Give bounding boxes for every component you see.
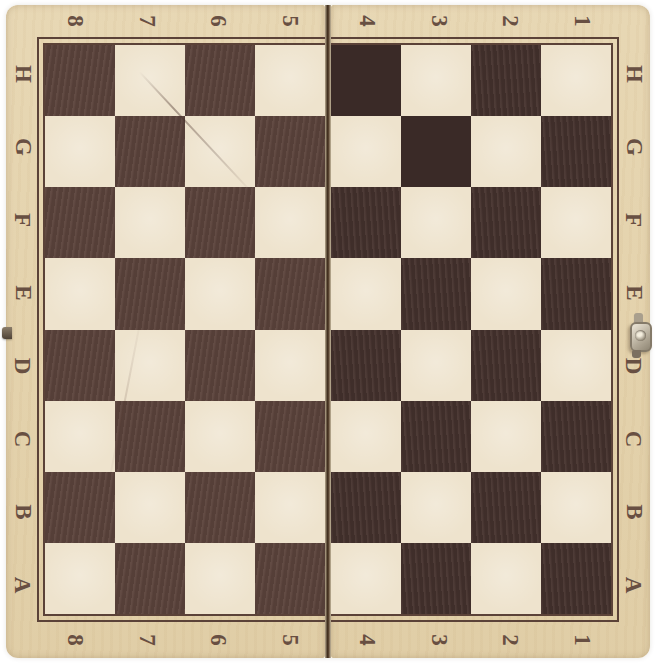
coordinate-label: 8 [62,634,88,646]
square-c1[interactable] [541,401,611,472]
square-b8[interactable] [45,472,115,543]
coord-top-7: 7 [111,5,183,37]
coord-bottom-5: 5 [254,622,326,658]
coordinate-label: A [621,577,647,594]
coord-top-6: 6 [182,5,254,37]
coord-right-B: B [617,476,650,549]
board-inner-border [43,43,325,616]
square-e5[interactable] [255,258,325,329]
coordinate-label: G [9,138,35,156]
square-d7[interactable] [115,330,185,401]
board-border [37,37,325,622]
square-f4[interactable] [331,187,401,258]
square-b7[interactable] [115,472,185,543]
coordinate-label: F [621,213,647,227]
coord-top-2: 2 [474,5,546,37]
coord-top-5: 5 [254,5,326,37]
coordinate-label: D [10,358,36,375]
square-a1[interactable] [541,543,611,614]
coordinate-label: C [10,431,36,448]
coord-left-G: G [6,110,39,183]
square-c4[interactable] [331,401,401,472]
coord-left-F: F [6,183,39,256]
coordinate-label: 1 [568,634,594,646]
board-border [331,37,619,622]
coordinate-label: H [620,65,646,83]
square-a5[interactable] [255,543,325,614]
coord-bottom-8: 8 [39,622,111,658]
square-e4[interactable] [331,258,401,329]
coordinate-label: E [10,285,36,300]
coord-left-A: A [6,549,39,622]
coord-top-8: 8 [39,5,111,37]
clasp-hook [632,350,641,358]
square-a4[interactable] [331,543,401,614]
coordinate-label: 4 [354,15,380,27]
coordinate-label: A [10,577,36,594]
coord-right-G: G [617,110,650,183]
square-g5[interactable] [255,116,325,187]
coord-right-F: F [617,183,650,256]
square-g7[interactable] [115,116,185,187]
square-h1[interactable] [541,45,611,116]
coord-top-1: 1 [546,5,618,37]
square-c2[interactable] [471,401,541,472]
bottom-coordinates: 8765 [39,622,325,658]
coordinate-label: B [621,505,647,520]
coord-bottom-2: 2 [474,622,546,658]
coord-right-A: A [617,549,650,622]
square-g4[interactable] [331,116,401,187]
square-f2[interactable] [471,187,541,258]
square-h7[interactable] [115,45,185,116]
coord-right-H: H [617,37,650,110]
square-d5[interactable] [255,330,325,401]
coord-top-3: 3 [403,5,475,37]
coord-bottom-6: 6 [182,622,254,658]
square-b2[interactable] [471,472,541,543]
square-d2[interactable] [471,330,541,401]
board-panel-right: 43214321HGFEDCBA [331,5,650,658]
square-a7[interactable] [115,543,185,614]
square-g8[interactable] [45,116,115,187]
square-b1[interactable] [541,472,611,543]
square-e1[interactable] [541,258,611,329]
square-f6[interactable] [185,187,255,258]
top-coordinates: 8765 [39,5,325,37]
board-grid [45,45,325,614]
coord-left-D: D [6,330,39,403]
square-c7[interactable] [115,401,185,472]
square-d4[interactable] [331,330,401,401]
board-grid [331,45,611,614]
coordinate-label: C [621,431,647,448]
coordinate-label: 5 [276,15,302,27]
bottom-coordinates: 4321 [331,622,617,658]
coord-left-C: C [6,403,39,476]
square-a3[interactable] [401,543,471,614]
coord-bottom-1: 1 [546,622,618,658]
coord-bottom-7: 7 [111,622,183,658]
square-e8[interactable] [45,258,115,329]
square-f5[interactable] [255,187,325,258]
square-e3[interactable] [401,258,471,329]
chessboard-photo: 87658765HGFEDCBA 43214321HGFEDCBA [0,0,655,663]
coordinate-label: 5 [276,634,302,646]
square-h5[interactable] [255,45,325,116]
coordinate-label: E [621,285,647,300]
coordinate-label: 2 [497,634,523,646]
square-b4[interactable] [331,472,401,543]
square-h2[interactable] [471,45,541,116]
coord-top-4: 4 [331,5,403,37]
square-b6[interactable] [185,472,255,543]
square-d1[interactable] [541,330,611,401]
square-f1[interactable] [541,187,611,258]
square-d6[interactable] [185,330,255,401]
square-h6[interactable] [185,45,255,116]
square-g2[interactable] [471,116,541,187]
top-coordinates: 4321 [331,5,617,37]
hinge-pin [2,327,12,339]
coord-right-C: C [617,403,650,476]
coordinate-label: 1 [568,15,594,27]
square-c6[interactable] [185,401,255,472]
coordinate-label: H [9,65,35,83]
square-a2[interactable] [471,543,541,614]
square-c8[interactable] [45,401,115,472]
coord-bottom-3: 3 [403,622,475,658]
square-a6[interactable] [185,543,255,614]
square-g3[interactable] [401,116,471,187]
clasp-latch-icon [630,322,652,352]
coord-left-E: E [6,256,39,329]
square-h4[interactable] [331,45,401,116]
coordinate-label: 3 [425,15,451,27]
square-e6[interactable] [185,258,255,329]
square-h8[interactable] [45,45,115,116]
folding-chessboard: 87658765HGFEDCBA 43214321HGFEDCBA [6,5,650,658]
square-f8[interactable] [45,187,115,258]
coordinate-label: 3 [425,634,451,646]
coordinate-label: G [620,138,646,156]
coordinate-label: D [621,358,647,375]
coordinate-label: 6 [205,15,231,27]
square-f7[interactable] [115,187,185,258]
square-g1[interactable] [541,116,611,187]
square-c5[interactable] [255,401,325,472]
coord-bottom-4: 4 [331,622,403,658]
square-d8[interactable] [45,330,115,401]
square-c3[interactable] [401,401,471,472]
square-b5[interactable] [255,472,325,543]
square-b3[interactable] [401,472,471,543]
board-inner-border [331,43,613,616]
coordinate-label: 6 [205,634,231,646]
board-panel-left: 87658765HGFEDCBA [6,5,325,658]
coordinate-label: 7 [133,15,159,27]
coord-left-B: B [6,476,39,549]
coordinate-label: 7 [133,634,159,646]
square-e7[interactable] [115,258,185,329]
square-f3[interactable] [401,187,471,258]
square-d3[interactable] [401,330,471,401]
square-e2[interactable] [471,258,541,329]
coordinate-label: 2 [497,15,523,27]
coordinate-label: 4 [354,634,380,646]
coord-left-H: H [6,37,39,110]
square-a8[interactable] [45,543,115,614]
coordinate-label: F [10,213,36,227]
coordinate-label: 8 [62,15,88,27]
square-h3[interactable] [401,45,471,116]
square-g6[interactable] [185,116,255,187]
coordinate-label: B [10,505,36,520]
